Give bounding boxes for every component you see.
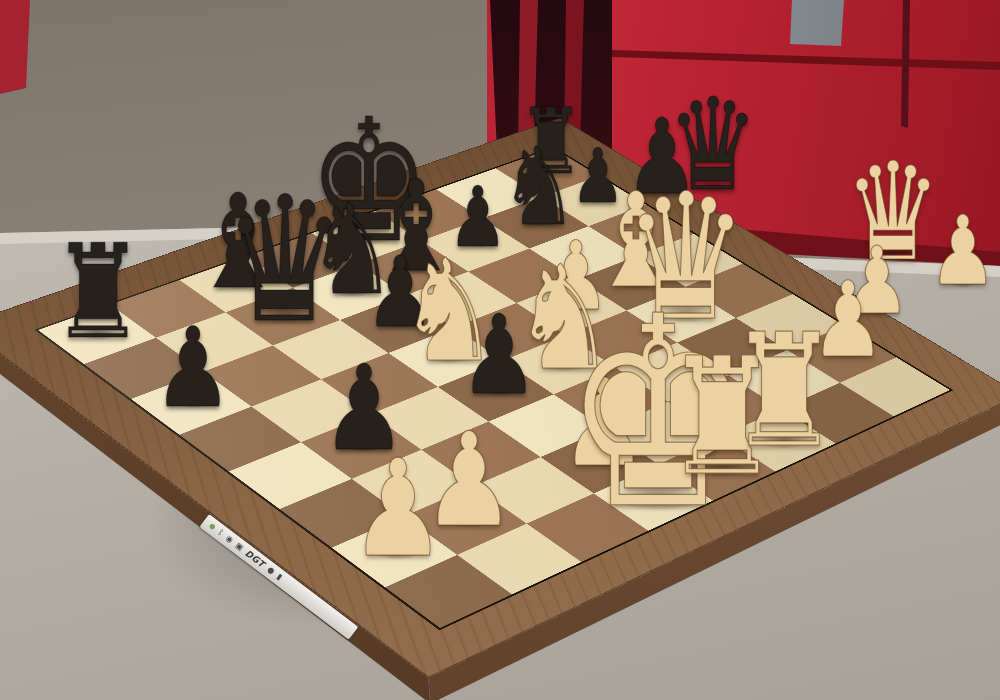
battery-icon: ▮ [275, 573, 283, 582]
jack-port-icon: ◉ [224, 534, 234, 545]
button-icon: ● [265, 565, 275, 576]
power-led-icon: ● [208, 522, 217, 531]
bluetooth-icon: ᛒ [216, 528, 225, 537]
usb-port-icon: ▣ [233, 541, 244, 552]
